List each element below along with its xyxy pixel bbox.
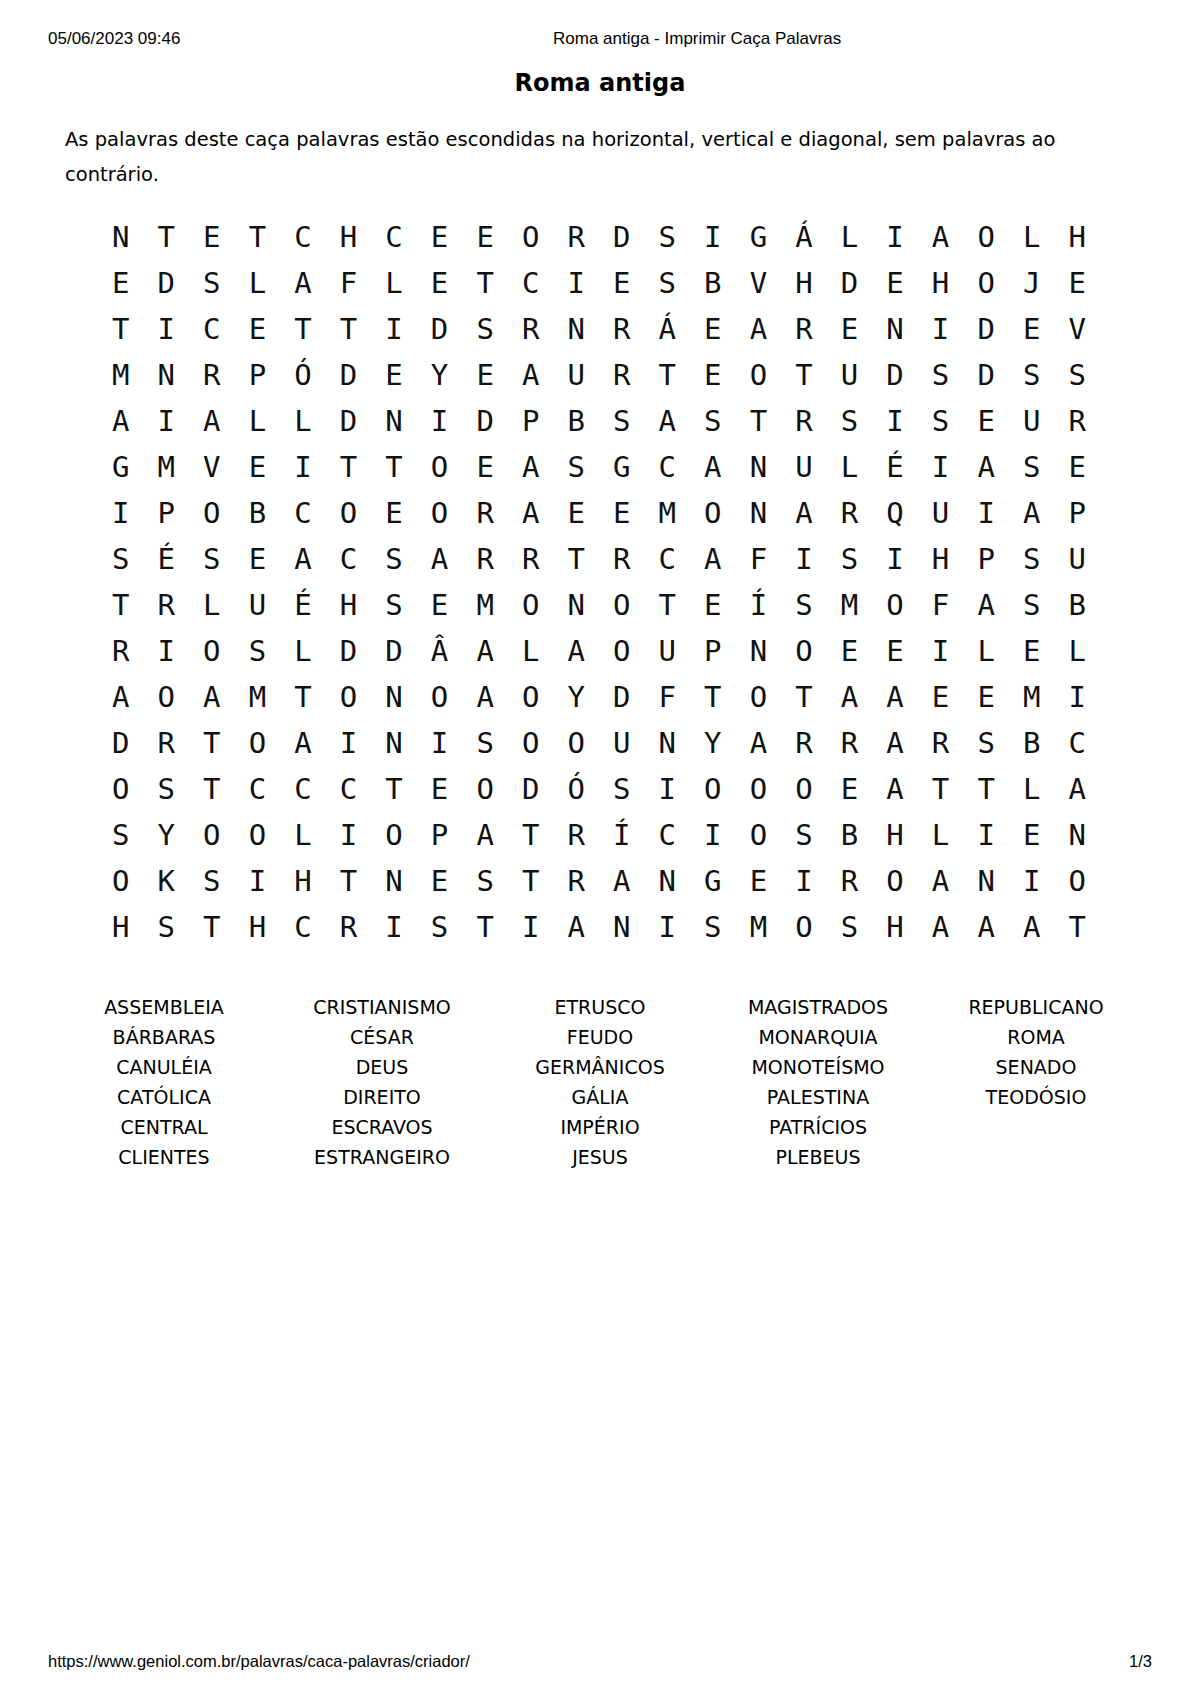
grid-cell: D <box>872 352 918 398</box>
grid-cell: E <box>690 306 736 352</box>
grid-cell: T <box>781 352 827 398</box>
grid-cell: O <box>781 628 827 674</box>
grid-cell: S <box>963 720 1009 766</box>
grid-cell: R <box>553 812 599 858</box>
grid-cell: A <box>736 306 782 352</box>
grid-cell: S <box>827 536 873 582</box>
grid-cell: P <box>690 628 736 674</box>
grid-cell: R <box>781 720 827 766</box>
grid-cell: L <box>235 260 281 306</box>
grid-cell: A <box>98 398 144 444</box>
grid-cell: R <box>462 490 508 536</box>
word-list-column: ASSEMBLEIABÁRBARASCANULÉIACATÓLICACENTRA… <box>55 992 273 1172</box>
grid-cell: I <box>963 490 1009 536</box>
grid-cell: T <box>645 582 691 628</box>
grid-cell: B <box>690 260 736 306</box>
grid-cell: S <box>827 904 873 950</box>
word-item: SENADO <box>927 1052 1145 1082</box>
grid-cell: L <box>827 214 873 260</box>
grid-cell: M <box>98 352 144 398</box>
grid-cell: I <box>144 628 190 674</box>
grid-cell: Í <box>736 582 782 628</box>
grid-cell: N <box>963 858 1009 904</box>
grid-cell: R <box>827 720 873 766</box>
grid-cell: H <box>918 260 964 306</box>
grid-cell: A <box>98 674 144 720</box>
grid-cell: Q <box>872 490 918 536</box>
grid-cell: I <box>326 720 372 766</box>
grid-cell: O <box>417 674 463 720</box>
grid-cell: S <box>918 398 964 444</box>
grid-cell: A <box>189 398 235 444</box>
grid-cell: A <box>781 490 827 536</box>
grid-cell: L <box>189 582 235 628</box>
word-list-column: REPUBLICANOROMASENADOTEODÓSIO <box>927 992 1145 1172</box>
grid-cell: N <box>553 582 599 628</box>
grid-cell: A <box>462 674 508 720</box>
grid-cell: H <box>280 858 326 904</box>
grid-cell: L <box>1054 628 1100 674</box>
grid-cell: E <box>1009 812 1055 858</box>
print-datetime: 05/06/2023 09:46 <box>48 29 180 49</box>
word-list-column: ETRUSCOFEUDOGERMÂNICOSGÁLIAIMPÉRIOJESUS <box>491 992 709 1172</box>
grid-cell: I <box>645 766 691 812</box>
grid-cell: S <box>781 812 827 858</box>
word-item: JESUS <box>491 1142 709 1172</box>
grid-cell: U <box>1054 536 1100 582</box>
grid-cell: E <box>462 214 508 260</box>
grid-cell: O <box>98 858 144 904</box>
grid-cell: U <box>1009 398 1055 444</box>
grid-cell: U <box>553 352 599 398</box>
grid-cell: R <box>462 536 508 582</box>
grid-cell: N <box>1054 812 1100 858</box>
grid-cell: T <box>918 766 964 812</box>
grid-cell: D <box>98 720 144 766</box>
grid-cell: D <box>326 628 372 674</box>
grid-cell: I <box>371 904 417 950</box>
word-item: IMPÉRIO <box>491 1112 709 1142</box>
grid-cell: I <box>645 904 691 950</box>
grid-cell: T <box>98 582 144 628</box>
grid-cell: D <box>144 260 190 306</box>
grid-cell: C <box>280 490 326 536</box>
grid-cell: R <box>827 490 873 536</box>
grid-cell: R <box>599 536 645 582</box>
grid-cell: U <box>645 628 691 674</box>
grid-cell: E <box>827 306 873 352</box>
grid-cell: I <box>872 398 918 444</box>
grid-cell: S <box>1009 536 1055 582</box>
grid-cell: T <box>280 306 326 352</box>
grid-cell: G <box>98 444 144 490</box>
grid-cell: E <box>1054 444 1100 490</box>
grid-cell: T <box>189 904 235 950</box>
grid-cell: C <box>371 214 417 260</box>
grid-cell: T <box>508 812 554 858</box>
grid-cell: E <box>690 582 736 628</box>
grid-cell: G <box>599 444 645 490</box>
grid-cell: I <box>417 398 463 444</box>
grid-cell: A <box>827 674 873 720</box>
grid-cell: A <box>918 858 964 904</box>
grid-cell: A <box>1009 904 1055 950</box>
grid-cell: I <box>963 812 1009 858</box>
grid-cell: A <box>462 812 508 858</box>
grid-cell: O <box>599 628 645 674</box>
grid-cell: V <box>189 444 235 490</box>
grid-cell: O <box>781 766 827 812</box>
grid-cell: S <box>690 904 736 950</box>
grid-cell: A <box>872 766 918 812</box>
grid-cell: R <box>144 582 190 628</box>
grid-cell: F <box>326 260 372 306</box>
grid-cell: O <box>508 674 554 720</box>
grid-cell: A <box>508 352 554 398</box>
grid-cell: F <box>736 536 782 582</box>
grid-cell: E <box>872 628 918 674</box>
grid-cell: O <box>736 674 782 720</box>
grid-cell: S <box>1009 582 1055 628</box>
grid-cell: A <box>417 536 463 582</box>
grid-cell: U <box>918 490 964 536</box>
grid-cell: O <box>371 812 417 858</box>
grid-cell: O <box>963 260 1009 306</box>
grid-cell: I <box>872 536 918 582</box>
grid-cell: K <box>144 858 190 904</box>
grid-cell: R <box>553 858 599 904</box>
grid-cell: Ó <box>553 766 599 812</box>
word-item: ESCRAVOS <box>273 1112 491 1142</box>
grid-cell: P <box>144 490 190 536</box>
grid-cell: B <box>827 812 873 858</box>
print-header: 05/06/2023 09:46 Roma antiga - Imprimir … <box>48 29 1152 49</box>
grid-cell: O <box>690 766 736 812</box>
grid-cell: E <box>1054 260 1100 306</box>
grid-cell: T <box>189 766 235 812</box>
grid-cell: T <box>189 720 235 766</box>
word-item: ESTRANGEIRO <box>273 1142 491 1172</box>
grid-cell: R <box>189 352 235 398</box>
print-footer: https://www.geniol.com.br/palavras/caca-… <box>48 1652 1152 1672</box>
print-page: 05/06/2023 09:46 Roma antiga - Imprimir … <box>0 0 1200 1698</box>
grid-cell: É <box>872 444 918 490</box>
grid-cell: A <box>872 674 918 720</box>
word-item: ETRUSCO <box>491 992 709 1022</box>
grid-cell: I <box>918 628 964 674</box>
grid-cell: R <box>508 536 554 582</box>
grid-cell: O <box>690 490 736 536</box>
grid-cell: I <box>235 858 281 904</box>
word-item: PALESTINA <box>709 1082 927 1112</box>
grid-cell: E <box>417 766 463 812</box>
grid-cell: S <box>553 444 599 490</box>
grid-cell: L <box>918 812 964 858</box>
grid-cell: E <box>736 858 782 904</box>
grid-cell: E <box>235 444 281 490</box>
word-item: CATÓLICA <box>55 1082 273 1112</box>
grid-cell: A <box>189 674 235 720</box>
grid-cell: A <box>963 444 1009 490</box>
grid-cell: R <box>326 904 372 950</box>
grid-cell: T <box>645 352 691 398</box>
grid-cell: R <box>1054 398 1100 444</box>
grid-cell: D <box>326 398 372 444</box>
grid-cell: I <box>417 720 463 766</box>
grid-cell: L <box>280 812 326 858</box>
grid-cell: L <box>827 444 873 490</box>
grid-cell: O <box>189 628 235 674</box>
grid-cell: M <box>736 904 782 950</box>
grid-cell: S <box>371 582 417 628</box>
grid-cell: L <box>1009 214 1055 260</box>
grid-cell: Y <box>553 674 599 720</box>
grid-cell: T <box>1054 904 1100 950</box>
grid-cell: A <box>1009 490 1055 536</box>
grid-cell: D <box>599 214 645 260</box>
grid-cell: O <box>326 490 372 536</box>
grid-cell: G <box>690 858 736 904</box>
word-item: CRISTIANISMO <box>273 992 491 1022</box>
grid-cell: S <box>781 582 827 628</box>
word-item: MAGISTRADOS <box>709 992 927 1022</box>
word-list-column: CRISTIANISMOCÉSARDEUSDIREITOESCRAVOSESTR… <box>273 992 491 1172</box>
word-list-column: MAGISTRADOSMONARQUIAMONOTEÍSMOPALESTINAP… <box>709 992 927 1172</box>
grid-cell: S <box>599 398 645 444</box>
grid-cell: E <box>417 858 463 904</box>
grid-cell: C <box>280 766 326 812</box>
grid-cell: I <box>872 214 918 260</box>
grid-cell: J <box>1009 260 1055 306</box>
grid-cell: S <box>462 858 508 904</box>
grid-cell: O <box>553 720 599 766</box>
grid-cell: P <box>963 536 1009 582</box>
grid-cell: O <box>599 582 645 628</box>
word-item: ROMA <box>927 1022 1145 1052</box>
grid-cell: Â <box>417 628 463 674</box>
grid-cell: O <box>235 720 281 766</box>
word-item: MONARQUIA <box>709 1022 927 1052</box>
grid-cell: O <box>417 444 463 490</box>
grid-cell: V <box>1054 306 1100 352</box>
grid-cell: A <box>690 444 736 490</box>
grid-cell: S <box>690 398 736 444</box>
letter-grid: NTETCHCEEORDSIGÁLIAOLHEDSLAFLETCIESBVHDE… <box>98 214 1100 950</box>
grid-cell: T <box>371 444 417 490</box>
word-item: ASSEMBLEIA <box>55 992 273 1022</box>
grid-cell: F <box>918 582 964 628</box>
grid-cell: U <box>599 720 645 766</box>
grid-cell: N <box>599 904 645 950</box>
grid-cell: E <box>235 536 281 582</box>
word-item: CLIENTES <box>55 1142 273 1172</box>
grid-cell: A <box>963 582 1009 628</box>
grid-cell: L <box>280 398 326 444</box>
grid-cell: A <box>599 858 645 904</box>
grid-cell: T <box>736 398 782 444</box>
grid-cell: A <box>736 720 782 766</box>
word-item: TEODÓSIO <box>927 1082 1145 1112</box>
word-item: DIREITO <box>273 1082 491 1112</box>
grid-cell: O <box>963 214 1009 260</box>
grid-cell: N <box>553 306 599 352</box>
grid-cell: T <box>553 536 599 582</box>
grid-cell: S <box>144 904 190 950</box>
grid-cell: M <box>827 582 873 628</box>
grid-cell: A <box>462 628 508 674</box>
word-item: PATRÍCIOS <box>709 1112 927 1142</box>
grid-cell: I <box>781 858 827 904</box>
print-doc-title: Roma antiga - Imprimir Caça Palavras <box>553 29 841 49</box>
grid-cell: D <box>326 352 372 398</box>
grid-cell: N <box>736 444 782 490</box>
grid-cell: E <box>827 766 873 812</box>
grid-cell: C <box>645 536 691 582</box>
word-item: CÉSAR <box>273 1022 491 1052</box>
grid-cell: E <box>690 352 736 398</box>
instructions-text: As palavras deste caça palavras estão es… <box>65 122 1150 192</box>
grid-cell: M <box>235 674 281 720</box>
grid-cell: A <box>963 904 1009 950</box>
grid-cell: E <box>189 214 235 260</box>
grid-cell: S <box>189 858 235 904</box>
grid-cell: N <box>98 214 144 260</box>
grid-cell: C <box>280 214 326 260</box>
grid-cell: C <box>280 904 326 950</box>
grid-cell: A <box>553 904 599 950</box>
grid-cell: S <box>462 720 508 766</box>
grid-cell: S <box>1009 444 1055 490</box>
grid-cell: N <box>736 490 782 536</box>
grid-cell: H <box>1054 214 1100 260</box>
grid-cell: Í <box>599 812 645 858</box>
grid-cell: S <box>645 260 691 306</box>
grid-cell: P <box>417 812 463 858</box>
grid-cell: T <box>326 306 372 352</box>
grid-cell: E <box>1009 306 1055 352</box>
grid-cell: D <box>599 674 645 720</box>
grid-cell: I <box>144 398 190 444</box>
grid-cell: F <box>645 674 691 720</box>
grid-cell: Y <box>690 720 736 766</box>
grid-cell: S <box>1009 352 1055 398</box>
grid-cell: T <box>371 766 417 812</box>
grid-cell: T <box>462 904 508 950</box>
grid-cell: I <box>918 306 964 352</box>
grid-cell: C <box>326 766 372 812</box>
grid-cell: S <box>827 398 873 444</box>
grid-cell: E <box>1009 628 1055 674</box>
grid-cell: M <box>144 444 190 490</box>
grid-cell: O <box>417 490 463 536</box>
grid-cell: Á <box>781 214 827 260</box>
grid-cell: H <box>918 536 964 582</box>
grid-cell: E <box>371 490 417 536</box>
grid-cell: L <box>963 628 1009 674</box>
grid-cell: N <box>371 720 417 766</box>
grid-cell: R <box>144 720 190 766</box>
grid-cell: C <box>326 536 372 582</box>
grid-cell: A <box>690 536 736 582</box>
grid-cell: R <box>781 398 827 444</box>
grid-cell: S <box>98 536 144 582</box>
word-item: GÁLIA <box>491 1082 709 1112</box>
grid-cell: A <box>508 444 554 490</box>
grid-cell: N <box>736 628 782 674</box>
grid-cell: S <box>235 628 281 674</box>
grid-cell: O <box>508 720 554 766</box>
grid-cell: S <box>918 352 964 398</box>
grid-cell: O <box>189 490 235 536</box>
grid-cell: I <box>280 444 326 490</box>
grid-cell: S <box>98 812 144 858</box>
grid-cell: A <box>280 260 326 306</box>
word-list: ASSEMBLEIABÁRBARASCANULÉIACATÓLICACENTRA… <box>55 992 1145 1172</box>
grid-cell: N <box>371 858 417 904</box>
page-title: Roma antiga <box>0 69 1200 97</box>
grid-cell: S <box>645 214 691 260</box>
grid-cell: R <box>827 858 873 904</box>
grid-cell: S <box>1054 352 1100 398</box>
grid-cell: A <box>645 398 691 444</box>
grid-cell: Ó <box>280 352 326 398</box>
grid-cell: E <box>417 582 463 628</box>
grid-cell: O <box>781 904 827 950</box>
grid-cell: E <box>417 260 463 306</box>
word-item: PLEBEUS <box>709 1142 927 1172</box>
grid-cell: P <box>508 398 554 444</box>
grid-cell: H <box>872 904 918 950</box>
grid-cell: B <box>1009 720 1055 766</box>
grid-cell: A <box>1054 766 1100 812</box>
grid-cell: T <box>326 444 372 490</box>
grid-cell: G <box>736 214 782 260</box>
grid-cell: D <box>417 306 463 352</box>
grid-cell: C <box>235 766 281 812</box>
grid-cell: Y <box>144 812 190 858</box>
grid-cell: L <box>371 260 417 306</box>
grid-cell: C <box>189 306 235 352</box>
grid-cell: M <box>462 582 508 628</box>
grid-cell: I <box>918 444 964 490</box>
grid-cell: S <box>417 904 463 950</box>
grid-cell: O <box>98 766 144 812</box>
grid-cell: T <box>781 674 827 720</box>
grid-cell: T <box>963 766 1009 812</box>
grid-cell: U <box>781 444 827 490</box>
grid-cell: N <box>872 306 918 352</box>
grid-cell: E <box>872 260 918 306</box>
grid-cell: R <box>599 306 645 352</box>
grid-cell: I <box>690 812 736 858</box>
grid-cell: T <box>144 214 190 260</box>
grid-cell: L <box>280 628 326 674</box>
grid-cell: I <box>326 812 372 858</box>
word-item: REPUBLICANO <box>927 992 1145 1022</box>
word-item: FEUDO <box>491 1022 709 1052</box>
grid-cell: I <box>508 904 554 950</box>
grid-cell: R <box>553 214 599 260</box>
word-item: CANULÉIA <box>55 1052 273 1082</box>
grid-cell: S <box>462 306 508 352</box>
grid-cell: P <box>1054 490 1100 536</box>
grid-cell: N <box>371 398 417 444</box>
grid-cell: A <box>553 628 599 674</box>
grid-cell: I <box>144 306 190 352</box>
grid-cell: A <box>280 536 326 582</box>
grid-cell: E <box>371 352 417 398</box>
grid-cell: I <box>1009 858 1055 904</box>
